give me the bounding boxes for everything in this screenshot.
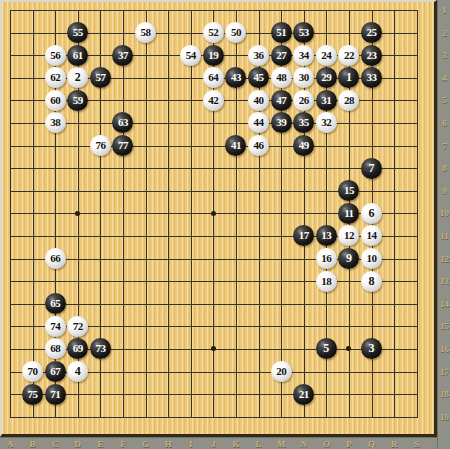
stone-black-move-67[interactable]: 67 [45, 361, 66, 382]
stone-black-move-33[interactable]: 33 [361, 67, 382, 88]
row-label-2: 2 [438, 27, 450, 39]
stone-white-move-36[interactable]: 36 [248, 45, 269, 66]
stone-black-move-7[interactable]: 7 [361, 158, 382, 179]
stone-white-move-4[interactable]: 4 [67, 361, 88, 382]
stone-white-move-76[interactable]: 76 [90, 135, 111, 156]
row-label-16: 16 [438, 343, 450, 355]
column-label-S: S [410, 438, 424, 449]
row-coordinate-band: 12345678910111213141516171819 [437, 0, 450, 449]
stone-white-move-18[interactable]: 18 [316, 271, 337, 292]
stone-black-move-1[interactable]: 1 [338, 67, 359, 88]
stone-black-move-5[interactable]: 5 [316, 338, 337, 359]
stone-black-move-57[interactable]: 57 [90, 67, 111, 88]
stone-white-move-64[interactable]: 64 [203, 67, 224, 88]
row-label-8: 8 [438, 162, 450, 174]
column-label-E: E [93, 438, 107, 449]
stone-black-move-27[interactable]: 27 [271, 45, 292, 66]
column-label-P: P [342, 438, 356, 449]
stone-black-move-49[interactable]: 49 [293, 135, 314, 156]
stone-white-move-22[interactable]: 22 [338, 45, 359, 66]
stone-black-move-73[interactable]: 73 [90, 338, 111, 359]
column-label-N: N [297, 438, 311, 449]
stone-white-move-8[interactable]: 8 [361, 271, 382, 292]
stone-black-move-21[interactable]: 21 [293, 384, 314, 405]
stone-black-move-37[interactable]: 37 [112, 45, 133, 66]
column-label-L: L [252, 438, 266, 449]
stones-layer: 1234567891011121314151617181920212223242… [0, 0, 428, 428]
stone-black-move-59[interactable]: 59 [67, 90, 88, 111]
stone-black-move-53[interactable]: 53 [293, 22, 314, 43]
stone-white-move-52[interactable]: 52 [203, 22, 224, 43]
go-kifu-diagram: 1234567891011121314151617181920212223242… [0, 0, 450, 449]
stone-black-move-31[interactable]: 31 [316, 90, 337, 111]
row-label-12: 12 [438, 253, 450, 265]
column-label-R: R [387, 438, 401, 449]
stone-black-move-77[interactable]: 77 [112, 135, 133, 156]
row-label-18: 18 [438, 388, 450, 400]
row-label-7: 7 [438, 140, 450, 152]
row-label-10: 10 [438, 207, 450, 219]
stone-white-move-12[interactable]: 12 [338, 225, 359, 246]
stone-black-move-55[interactable]: 55 [67, 22, 88, 43]
stone-black-move-35[interactable]: 35 [293, 112, 314, 133]
column-label-Q: Q [365, 438, 379, 449]
stone-white-move-54[interactable]: 54 [180, 45, 201, 66]
stone-white-move-2[interactable]: 2 [67, 67, 88, 88]
stone-black-move-15[interactable]: 15 [338, 180, 359, 201]
stone-white-move-50[interactable]: 50 [225, 22, 246, 43]
stone-white-move-40[interactable]: 40 [248, 90, 269, 111]
stone-black-move-41[interactable]: 41 [225, 135, 246, 156]
stone-black-move-25[interactable]: 25 [361, 22, 382, 43]
stone-black-move-17[interactable]: 17 [293, 225, 314, 246]
column-label-G: G [139, 438, 153, 449]
stone-black-move-23[interactable]: 23 [361, 45, 382, 66]
stone-black-move-13[interactable]: 13 [316, 225, 337, 246]
column-label-C: C [48, 438, 62, 449]
stone-white-move-20[interactable]: 20 [271, 361, 292, 382]
stone-black-move-29[interactable]: 29 [316, 67, 337, 88]
row-label-15: 15 [438, 320, 450, 332]
column-label-D: D [71, 438, 85, 449]
column-label-A: A [3, 438, 17, 449]
stone-black-move-3[interactable]: 3 [361, 338, 382, 359]
stone-white-move-70[interactable]: 70 [22, 361, 43, 382]
column-label-J: J [206, 438, 220, 449]
stone-white-move-58[interactable]: 58 [135, 22, 156, 43]
stone-white-move-68[interactable]: 68 [45, 338, 66, 359]
stone-black-move-11[interactable]: 11 [338, 203, 359, 224]
stone-white-move-14[interactable]: 14 [361, 225, 382, 246]
stone-black-move-65[interactable]: 65 [45, 293, 66, 314]
stone-white-move-32[interactable]: 32 [316, 112, 337, 133]
stone-black-move-19[interactable]: 19 [203, 45, 224, 66]
row-label-17: 17 [438, 366, 450, 378]
stone-white-move-6[interactable]: 6 [361, 203, 382, 224]
stone-white-move-34[interactable]: 34 [293, 45, 314, 66]
stone-white-move-56[interactable]: 56 [45, 45, 66, 66]
column-label-H: H [161, 438, 175, 449]
stone-white-move-42[interactable]: 42 [203, 90, 224, 111]
row-label-3: 3 [438, 49, 450, 61]
stone-black-move-61[interactable]: 61 [67, 45, 88, 66]
row-label-5: 5 [438, 94, 450, 106]
row-label-4: 4 [438, 72, 450, 84]
stone-white-move-38[interactable]: 38 [45, 112, 66, 133]
stone-white-move-60[interactable]: 60 [45, 90, 66, 111]
stone-white-move-62[interactable]: 62 [45, 67, 66, 88]
row-label-14: 14 [438, 298, 450, 310]
stone-white-move-24[interactable]: 24 [316, 45, 337, 66]
stone-white-move-26[interactable]: 26 [293, 90, 314, 111]
stone-white-move-46[interactable]: 46 [248, 135, 269, 156]
stone-black-move-51[interactable]: 51 [271, 22, 292, 43]
stone-white-move-72[interactable]: 72 [67, 316, 88, 337]
stone-black-move-69[interactable]: 69 [67, 338, 88, 359]
stone-black-move-63[interactable]: 63 [112, 112, 133, 133]
column-label-B: B [26, 438, 40, 449]
stone-black-move-43[interactable]: 43 [225, 67, 246, 88]
column-label-O: O [319, 438, 333, 449]
stone-black-move-45[interactable]: 45 [248, 67, 269, 88]
row-label-1: 1 [438, 4, 450, 16]
stone-white-move-16[interactable]: 16 [316, 248, 337, 269]
stone-white-move-74[interactable]: 74 [45, 316, 66, 337]
stone-black-move-75[interactable]: 75 [22, 384, 43, 405]
row-label-11: 11 [438, 230, 450, 242]
stone-black-move-39[interactable]: 39 [271, 112, 292, 133]
stone-white-move-48[interactable]: 48 [271, 67, 292, 88]
row-label-9: 9 [438, 185, 450, 197]
stone-black-move-9[interactable]: 9 [338, 248, 359, 269]
column-coordinate-band: ABCDEFGHIJKLMNOPQRS [0, 437, 437, 449]
column-label-K: K [229, 438, 243, 449]
stone-black-move-47[interactable]: 47 [271, 90, 292, 111]
stone-white-move-66[interactable]: 66 [45, 248, 66, 269]
stone-white-move-10[interactable]: 10 [361, 248, 382, 269]
column-label-M: M [274, 438, 288, 449]
stone-white-move-44[interactable]: 44 [248, 112, 269, 133]
column-label-I: I [184, 438, 198, 449]
row-label-19: 19 [438, 411, 450, 423]
row-label-13: 13 [438, 275, 450, 287]
stone-white-move-28[interactable]: 28 [338, 90, 359, 111]
stone-black-move-71[interactable]: 71 [45, 384, 66, 405]
row-label-6: 6 [438, 117, 450, 129]
column-label-F: F [116, 438, 130, 449]
stone-white-move-30[interactable]: 30 [293, 67, 314, 88]
